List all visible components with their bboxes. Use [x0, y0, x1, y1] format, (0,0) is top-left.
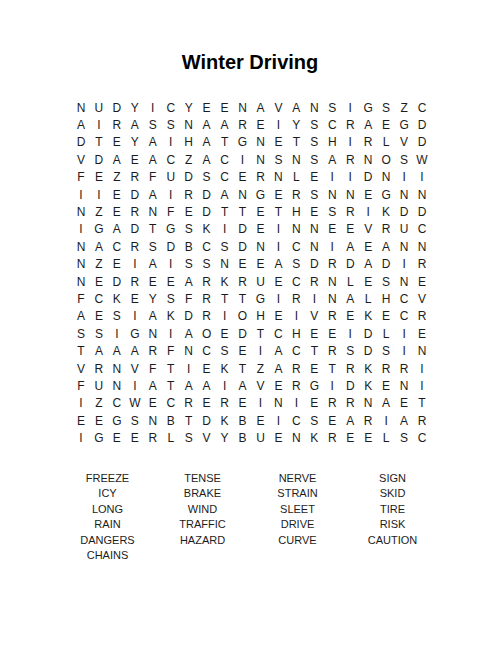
grid-cell[interactable]: V: [413, 290, 431, 307]
grid-cell[interactable]: E: [323, 412, 341, 429]
grid-cell[interactable]: D: [198, 186, 216, 203]
grid-cell[interactable]: A: [359, 116, 377, 133]
grid-cell[interactable]: I: [180, 360, 198, 377]
grid-cell[interactable]: V: [305, 308, 323, 325]
grid-cell[interactable]: C: [216, 151, 234, 168]
grid-cell[interactable]: E: [269, 134, 287, 151]
grid-cell[interactable]: I: [126, 308, 144, 325]
grid-cell[interactable]: A: [108, 343, 126, 360]
grid-cell[interactable]: E: [252, 256, 270, 273]
grid-cell[interactable]: E: [252, 203, 270, 220]
grid-cell[interactable]: B: [180, 238, 198, 255]
grid-cell[interactable]: R: [395, 360, 413, 377]
grid-cell[interactable]: S: [305, 412, 323, 429]
grid-cell[interactable]: N: [108, 360, 126, 377]
grid-cell[interactable]: T: [216, 134, 234, 151]
grid-cell[interactable]: A: [198, 377, 216, 394]
grid-cell[interactable]: E: [234, 169, 252, 186]
grid-cell[interactable]: E: [216, 99, 234, 116]
grid-cell[interactable]: R: [377, 360, 395, 377]
grid-cell[interactable]: C: [108, 238, 126, 255]
grid-cell[interactable]: T: [234, 290, 252, 307]
grid-cell[interactable]: E: [90, 273, 108, 290]
grid-cell[interactable]: V: [269, 99, 287, 116]
grid-cell[interactable]: A: [90, 343, 108, 360]
grid-cell[interactable]: R: [341, 360, 359, 377]
grid-cell[interactable]: R: [144, 430, 162, 447]
grid-cell[interactable]: V: [72, 151, 90, 168]
grid-cell[interactable]: D: [234, 238, 252, 255]
grid-cell[interactable]: R: [287, 377, 305, 394]
grid-cell[interactable]: N: [359, 151, 377, 168]
grid-cell[interactable]: Z: [108, 169, 126, 186]
grid-cell[interactable]: S: [269, 151, 287, 168]
grid-cell[interactable]: R: [413, 308, 431, 325]
grid-cell[interactable]: E: [108, 203, 126, 220]
grid-cell[interactable]: D: [377, 256, 395, 273]
grid-cell[interactable]: T: [252, 325, 270, 342]
grid-cell[interactable]: S: [198, 169, 216, 186]
grid-cell[interactable]: I: [126, 377, 144, 394]
grid-cell[interactable]: V: [395, 134, 413, 151]
grid-cell[interactable]: Y: [216, 430, 234, 447]
grid-cell[interactable]: R: [198, 273, 216, 290]
grid-cell[interactable]: E: [108, 256, 126, 273]
grid-cell[interactable]: C: [162, 151, 180, 168]
grid-cell[interactable]: F: [162, 343, 180, 360]
grid-cell[interactable]: D: [359, 325, 377, 342]
grid-cell[interactable]: A: [198, 116, 216, 133]
grid-cell[interactable]: V: [359, 221, 377, 238]
grid-cell[interactable]: V: [252, 377, 270, 394]
grid-cell[interactable]: C: [395, 308, 413, 325]
grid-cell[interactable]: E: [269, 273, 287, 290]
grid-cell[interactable]: D: [198, 412, 216, 429]
grid-cell[interactable]: A: [108, 221, 126, 238]
grid-cell[interactable]: R: [126, 273, 144, 290]
grid-cell[interactable]: S: [377, 273, 395, 290]
grid-cell[interactable]: N: [395, 238, 413, 255]
grid-cell[interactable]: N: [287, 221, 305, 238]
grid-cell[interactable]: E: [108, 134, 126, 151]
grid-cell[interactable]: I: [162, 134, 180, 151]
grid-cell[interactable]: F: [144, 360, 162, 377]
grid-cell[interactable]: I: [341, 134, 359, 151]
grid-cell[interactable]: D: [395, 203, 413, 220]
grid-cell[interactable]: I: [269, 221, 287, 238]
grid-cell[interactable]: A: [144, 134, 162, 151]
grid-cell[interactable]: A: [90, 238, 108, 255]
grid-cell[interactable]: R: [377, 221, 395, 238]
grid-cell[interactable]: R: [341, 203, 359, 220]
grid-cell[interactable]: C: [162, 99, 180, 116]
grid-cell[interactable]: I: [72, 395, 90, 412]
grid-cell[interactable]: E: [90, 308, 108, 325]
grid-cell[interactable]: G: [395, 116, 413, 133]
grid-cell[interactable]: S: [162, 290, 180, 307]
grid-cell[interactable]: S: [144, 238, 162, 255]
grid-cell[interactable]: R: [198, 290, 216, 307]
grid-cell[interactable]: I: [90, 186, 108, 203]
grid-cell[interactable]: S: [216, 238, 234, 255]
grid-cell[interactable]: G: [108, 412, 126, 429]
grid-cell[interactable]: E: [359, 430, 377, 447]
grid-cell[interactable]: I: [377, 412, 395, 429]
grid-cell[interactable]: L: [287, 169, 305, 186]
grid-cell[interactable]: N: [413, 343, 431, 360]
grid-cell[interactable]: F: [180, 290, 198, 307]
grid-cell[interactable]: S: [323, 99, 341, 116]
grid-cell[interactable]: D: [341, 256, 359, 273]
grid-cell[interactable]: D: [162, 238, 180, 255]
grid-cell[interactable]: S: [395, 151, 413, 168]
grid-cell[interactable]: A: [323, 151, 341, 168]
grid-cell[interactable]: H: [323, 134, 341, 151]
grid-cell[interactable]: T: [413, 395, 431, 412]
grid-cell[interactable]: D: [126, 186, 144, 203]
grid-cell[interactable]: C: [413, 99, 431, 116]
grid-cell[interactable]: A: [72, 308, 90, 325]
grid-cell[interactable]: V: [72, 360, 90, 377]
grid-cell[interactable]: R: [323, 308, 341, 325]
grid-cell[interactable]: S: [180, 430, 198, 447]
grid-cell[interactable]: N: [395, 186, 413, 203]
grid-cell[interactable]: T: [162, 360, 180, 377]
grid-cell[interactable]: N: [144, 203, 162, 220]
grid-cell[interactable]: A: [269, 360, 287, 377]
grid-cell[interactable]: G: [126, 325, 144, 342]
grid-cell[interactable]: R: [216, 395, 234, 412]
grid-cell[interactable]: R: [323, 430, 341, 447]
grid-cell[interactable]: E: [269, 377, 287, 394]
grid-cell[interactable]: R: [287, 186, 305, 203]
grid-cell[interactable]: S: [144, 116, 162, 133]
grid-cell[interactable]: C: [198, 343, 216, 360]
grid-cell[interactable]: A: [377, 395, 395, 412]
grid-cell[interactable]: I: [72, 186, 90, 203]
grid-cell[interactable]: E: [341, 430, 359, 447]
grid-cell[interactable]: R: [287, 290, 305, 307]
grid-cell[interactable]: I: [162, 186, 180, 203]
grid-cell[interactable]: N: [305, 221, 323, 238]
grid-cell[interactable]: N: [359, 395, 377, 412]
grid-cell[interactable]: E: [341, 308, 359, 325]
grid-cell[interactable]: G: [252, 290, 270, 307]
grid-cell[interactable]: R: [252, 169, 270, 186]
grid-cell[interactable]: I: [252, 343, 270, 360]
grid-cell[interactable]: N: [108, 377, 126, 394]
grid-cell[interactable]: I: [234, 151, 252, 168]
grid-cell[interactable]: I: [341, 99, 359, 116]
grid-cell[interactable]: N: [72, 99, 90, 116]
grid-cell[interactable]: A: [144, 151, 162, 168]
grid-cell[interactable]: G: [162, 221, 180, 238]
grid-cell[interactable]: I: [252, 395, 270, 412]
grid-cell[interactable]: C: [287, 343, 305, 360]
grid-cell[interactable]: E: [252, 221, 270, 238]
grid-cell[interactable]: N: [323, 186, 341, 203]
grid-cell[interactable]: U: [162, 169, 180, 186]
grid-cell[interactable]: Z: [90, 203, 108, 220]
grid-cell[interactable]: T: [216, 203, 234, 220]
grid-cell[interactable]: E: [377, 116, 395, 133]
grid-cell[interactable]: T: [144, 221, 162, 238]
grid-cell[interactable]: S: [180, 256, 198, 273]
grid-cell[interactable]: E: [377, 377, 395, 394]
grid-cell[interactable]: D: [108, 273, 126, 290]
grid-cell[interactable]: Y: [126, 134, 144, 151]
grid-cell[interactable]: E: [252, 412, 270, 429]
grid-cell[interactable]: F: [162, 203, 180, 220]
grid-cell[interactable]: R: [180, 395, 198, 412]
grid-cell[interactable]: E: [269, 430, 287, 447]
grid-cell[interactable]: R: [341, 151, 359, 168]
grid-cell[interactable]: S: [90, 325, 108, 342]
grid-cell[interactable]: A: [341, 290, 359, 307]
grid-cell[interactable]: B: [234, 430, 252, 447]
grid-cell[interactable]: A: [377, 238, 395, 255]
grid-cell[interactable]: E: [305, 325, 323, 342]
grid-cell[interactable]: L: [377, 325, 395, 342]
grid-cell[interactable]: U: [90, 377, 108, 394]
grid-cell[interactable]: T: [180, 412, 198, 429]
grid-cell[interactable]: N: [269, 169, 287, 186]
grid-cell[interactable]: L: [341, 273, 359, 290]
grid-cell[interactable]: I: [144, 99, 162, 116]
grid-cell[interactable]: D: [198, 203, 216, 220]
grid-cell[interactable]: N: [395, 273, 413, 290]
grid-cell[interactable]: N: [180, 116, 198, 133]
grid-cell[interactable]: E: [234, 256, 252, 273]
grid-cell[interactable]: A: [180, 273, 198, 290]
grid-cell[interactable]: L: [377, 134, 395, 151]
grid-cell[interactable]: G: [377, 186, 395, 203]
grid-cell[interactable]: Z: [252, 360, 270, 377]
grid-cell[interactable]: I: [90, 116, 108, 133]
grid-cell[interactable]: B: [234, 412, 252, 429]
grid-cell[interactable]: S: [287, 256, 305, 273]
grid-cell[interactable]: I: [269, 116, 287, 133]
grid-cell[interactable]: A: [359, 256, 377, 273]
grid-cell[interactable]: W: [413, 151, 431, 168]
grid-cell[interactable]: Z: [180, 151, 198, 168]
grid-cell[interactable]: E: [323, 325, 341, 342]
grid-cell[interactable]: D: [359, 169, 377, 186]
grid-cell[interactable]: D: [180, 169, 198, 186]
grid-cell[interactable]: N: [287, 430, 305, 447]
grid-cell[interactable]: A: [395, 412, 413, 429]
grid-cell[interactable]: C: [287, 412, 305, 429]
grid-cell[interactable]: E: [108, 430, 126, 447]
grid-cell[interactable]: K: [216, 360, 234, 377]
grid-cell[interactable]: F: [72, 377, 90, 394]
grid-cell[interactable]: A: [108, 151, 126, 168]
grid-cell[interactable]: I: [323, 238, 341, 255]
grid-cell[interactable]: N: [180, 343, 198, 360]
grid-cell[interactable]: G: [359, 99, 377, 116]
grid-cell[interactable]: R: [126, 169, 144, 186]
grid-cell[interactable]: E: [359, 238, 377, 255]
grid-cell[interactable]: S: [162, 116, 180, 133]
grid-cell[interactable]: D: [72, 134, 90, 151]
grid-cell[interactable]: E: [126, 151, 144, 168]
grid-cell[interactable]: A: [198, 151, 216, 168]
grid-cell[interactable]: A: [180, 377, 198, 394]
grid-cell[interactable]: R: [413, 412, 431, 429]
grid-cell[interactable]: S: [305, 151, 323, 168]
grid-cell[interactable]: E: [305, 203, 323, 220]
grid-cell[interactable]: N: [323, 273, 341, 290]
grid-cell[interactable]: S: [377, 99, 395, 116]
grid-cell[interactable]: E: [377, 308, 395, 325]
grid-cell[interactable]: E: [126, 430, 144, 447]
grid-cell[interactable]: R: [144, 343, 162, 360]
grid-cell[interactable]: A: [341, 238, 359, 255]
grid-cell[interactable]: S: [395, 430, 413, 447]
grid-cell[interactable]: R: [341, 395, 359, 412]
grid-cell[interactable]: U: [252, 430, 270, 447]
grid-cell[interactable]: I: [305, 290, 323, 307]
grid-cell[interactable]: K: [377, 203, 395, 220]
grid-cell[interactable]: S: [216, 343, 234, 360]
grid-cell[interactable]: A: [144, 256, 162, 273]
grid-cell[interactable]: I: [126, 256, 144, 273]
grid-cell[interactable]: I: [287, 395, 305, 412]
grid-cell[interactable]: D: [413, 203, 431, 220]
grid-cell[interactable]: T: [323, 360, 341, 377]
grid-cell[interactable]: I: [269, 412, 287, 429]
grid-cell[interactable]: R: [90, 360, 108, 377]
grid-cell[interactable]: C: [108, 395, 126, 412]
grid-cell[interactable]: A: [126, 343, 144, 360]
grid-cell[interactable]: R: [341, 116, 359, 133]
grid-cell[interactable]: N: [341, 186, 359, 203]
grid-cell[interactable]: O: [198, 325, 216, 342]
grid-cell[interactable]: N: [72, 203, 90, 220]
grid-cell[interactable]: I: [395, 343, 413, 360]
grid-cell[interactable]: E: [180, 203, 198, 220]
grid-cell[interactable]: I: [269, 290, 287, 307]
grid-cell[interactable]: C: [395, 290, 413, 307]
grid-cell[interactable]: D: [90, 151, 108, 168]
grid-cell[interactable]: N: [269, 395, 287, 412]
grid-cell[interactable]: C: [287, 273, 305, 290]
grid-cell[interactable]: N: [234, 186, 252, 203]
grid-cell[interactable]: S: [341, 343, 359, 360]
grid-cell[interactable]: D: [234, 221, 252, 238]
grid-cell[interactable]: T: [287, 134, 305, 151]
grid-cell[interactable]: I: [395, 169, 413, 186]
grid-cell[interactable]: E: [90, 169, 108, 186]
grid-cell[interactable]: D: [305, 256, 323, 273]
grid-cell[interactable]: A: [144, 308, 162, 325]
grid-cell[interactable]: T: [90, 134, 108, 151]
grid-cell[interactable]: A: [144, 186, 162, 203]
grid-cell[interactable]: A: [198, 134, 216, 151]
grid-cell[interactable]: D: [359, 343, 377, 360]
grid-cell[interactable]: C: [287, 238, 305, 255]
grid-cell[interactable]: E: [144, 273, 162, 290]
grid-cell[interactable]: E: [305, 395, 323, 412]
grid-cell[interactable]: I: [287, 308, 305, 325]
grid-cell[interactable]: R: [234, 273, 252, 290]
grid-cell[interactable]: S: [180, 221, 198, 238]
grid-cell[interactable]: S: [72, 325, 90, 342]
grid-cell[interactable]: T: [234, 360, 252, 377]
grid-cell[interactable]: E: [72, 412, 90, 429]
grid-cell[interactable]: G: [234, 134, 252, 151]
grid-cell[interactable]: G: [90, 430, 108, 447]
grid-cell[interactable]: U: [252, 273, 270, 290]
grid-cell[interactable]: I: [413, 360, 431, 377]
grid-cell[interactable]: C: [323, 116, 341, 133]
grid-cell[interactable]: H: [287, 203, 305, 220]
grid-cell[interactable]: A: [252, 99, 270, 116]
grid-cell[interactable]: F: [144, 169, 162, 186]
grid-cell[interactable]: D: [108, 99, 126, 116]
grid-cell[interactable]: I: [216, 377, 234, 394]
grid-cell[interactable]: I: [162, 256, 180, 273]
grid-cell[interactable]: N: [234, 99, 252, 116]
grid-cell[interactable]: G: [90, 221, 108, 238]
grid-cell[interactable]: S: [377, 343, 395, 360]
grid-cell[interactable]: Z: [90, 256, 108, 273]
grid-cell[interactable]: E: [126, 290, 144, 307]
grid-cell[interactable]: V: [126, 360, 144, 377]
grid-cell[interactable]: N: [144, 412, 162, 429]
grid-cell[interactable]: E: [305, 360, 323, 377]
grid-cell[interactable]: L: [162, 430, 180, 447]
grid-cell[interactable]: S: [108, 308, 126, 325]
grid-cell[interactable]: D: [413, 134, 431, 151]
grid-cell[interactable]: K: [216, 412, 234, 429]
grid-cell[interactable]: E: [252, 116, 270, 133]
grid-cell[interactable]: C: [198, 238, 216, 255]
grid-cell[interactable]: I: [72, 221, 90, 238]
grid-cell[interactable]: R: [413, 256, 431, 273]
grid-cell[interactable]: D: [341, 377, 359, 394]
grid-cell[interactable]: A: [216, 116, 234, 133]
grid-cell[interactable]: K: [162, 308, 180, 325]
grid-cell[interactable]: R: [198, 308, 216, 325]
grid-cell[interactable]: I: [341, 325, 359, 342]
grid-cell[interactable]: C: [162, 395, 180, 412]
grid-cell[interactable]: R: [287, 360, 305, 377]
grid-cell[interactable]: O: [377, 151, 395, 168]
grid-cell[interactable]: A: [287, 99, 305, 116]
grid-cell[interactable]: T: [216, 290, 234, 307]
grid-cell[interactable]: W: [126, 395, 144, 412]
grid-cell[interactable]: H: [377, 290, 395, 307]
grid-cell[interactable]: K: [359, 308, 377, 325]
grid-cell[interactable]: I: [216, 308, 234, 325]
grid-cell[interactable]: A: [180, 325, 198, 342]
grid-cell[interactable]: A: [269, 343, 287, 360]
grid-cell[interactable]: A: [269, 256, 287, 273]
grid-cell[interactable]: E: [395, 395, 413, 412]
grid-cell[interactable]: C: [90, 290, 108, 307]
grid-cell[interactable]: A: [144, 377, 162, 394]
grid-cell[interactable]: T: [269, 203, 287, 220]
grid-cell[interactable]: S: [305, 134, 323, 151]
grid-cell[interactable]: E: [305, 169, 323, 186]
grid-cell[interactable]: D: [180, 308, 198, 325]
grid-cell[interactable]: S: [198, 256, 216, 273]
grid-cell[interactable]: D: [413, 116, 431, 133]
grid-cell[interactable]: A: [216, 186, 234, 203]
grid-cell[interactable]: N: [216, 256, 234, 273]
grid-cell[interactable]: E: [269, 308, 287, 325]
